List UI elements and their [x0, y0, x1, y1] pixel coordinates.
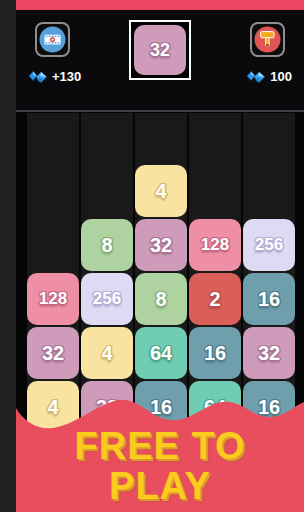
banner-line2: PLAY	[16, 466, 304, 506]
free-to-play-banner[interactable]: FREE TO PLAY	[16, 390, 304, 512]
tile-64: 64	[135, 327, 187, 379]
banner-text: FREE TO PLAY	[16, 426, 304, 506]
tile-128: 128	[189, 219, 241, 271]
tile-128: 128	[27, 273, 79, 325]
tile-16: 16	[189, 327, 241, 379]
banner-line1: FREE TO	[16, 426, 304, 466]
tile-16: 16	[243, 273, 295, 325]
game-screen: +130 32 100	[16, 0, 304, 512]
tile-32: 32	[243, 327, 295, 379]
tile-2: 2	[189, 273, 241, 325]
tile-4: 4	[135, 165, 187, 217]
tile-32: 32	[135, 219, 187, 271]
tile-32: 32	[27, 327, 79, 379]
tile-8: 8	[135, 273, 187, 325]
tile-256: 256	[243, 219, 295, 271]
tile-4: 4	[81, 327, 133, 379]
tile-256: 256	[81, 273, 133, 325]
tile-8: 8	[81, 219, 133, 271]
